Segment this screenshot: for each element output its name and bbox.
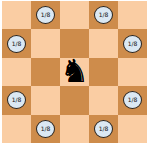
board-square: 1/8 xyxy=(31,1,60,29)
probability-label: 1/8 xyxy=(128,41,138,47)
board-square xyxy=(2,115,31,143)
board-square xyxy=(89,86,118,114)
probability-marker: 1/8 xyxy=(7,35,26,53)
black-knight: ♞ xyxy=(60,58,89,86)
board-square xyxy=(2,58,31,86)
probability-marker: 1/8 xyxy=(94,6,113,24)
chess-board: 1/81/81/81/8♞1/81/81/81/8 xyxy=(2,1,147,143)
board-square xyxy=(118,58,147,86)
board-square xyxy=(2,1,31,29)
board-square xyxy=(31,29,60,57)
board-square xyxy=(60,1,89,29)
probability-marker: 1/8 xyxy=(36,120,55,138)
probability-label: 1/8 xyxy=(12,41,22,47)
board-square: ♞ xyxy=(60,58,89,86)
probability-label: 1/8 xyxy=(99,12,109,18)
board-square xyxy=(118,1,147,29)
board-square: 1/8 xyxy=(89,1,118,29)
board-square xyxy=(89,58,118,86)
probability-marker: 1/8 xyxy=(36,6,55,24)
probability-label: 1/8 xyxy=(12,97,22,103)
board-square: 1/8 xyxy=(118,86,147,114)
probability-marker: 1/8 xyxy=(7,91,26,109)
probability-marker: 1/8 xyxy=(123,35,142,53)
board-square xyxy=(31,86,60,114)
board-square: 1/8 xyxy=(2,29,31,57)
board-square: 1/8 xyxy=(118,29,147,57)
board-square xyxy=(31,58,60,86)
probability-label: 1/8 xyxy=(41,126,51,132)
board-square xyxy=(60,86,89,114)
board-square: 1/8 xyxy=(2,86,31,114)
board-square: 1/8 xyxy=(89,115,118,143)
probability-marker: 1/8 xyxy=(123,91,142,109)
probability-label: 1/8 xyxy=(41,12,51,18)
board-square xyxy=(89,29,118,57)
probability-label: 1/8 xyxy=(99,126,109,132)
probability-marker: 1/8 xyxy=(94,120,113,138)
diagram-canvas: 1/81/81/81/8♞1/81/81/81/8 xyxy=(0,0,150,148)
probability-label: 1/8 xyxy=(128,97,138,103)
board-square xyxy=(60,29,89,57)
board-square xyxy=(118,115,147,143)
board-square xyxy=(60,115,89,143)
board-square: 1/8 xyxy=(31,115,60,143)
